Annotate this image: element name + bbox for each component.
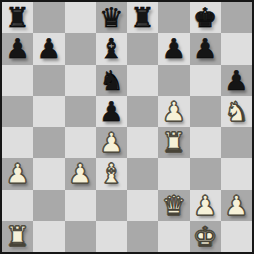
white-pawn-f5[interactable]: ♟ [162,96,186,127]
square-g4[interactable] [190,127,221,158]
square-g2[interactable]: ♟ [190,190,221,221]
square-a6[interactable] [2,65,33,96]
square-g7[interactable]: ♟ [190,33,221,64]
black-pawn-b7[interactable]: ♟ [37,33,61,64]
square-b3[interactable] [33,158,64,189]
square-h8[interactable] [221,2,252,33]
square-c5[interactable] [65,96,96,127]
square-b1[interactable] [33,221,64,252]
black-rook-e8[interactable]: ♜ [131,2,155,33]
square-b8[interactable] [33,2,64,33]
white-knight-h5[interactable]: ♞ [224,96,248,127]
square-e1[interactable] [127,221,158,252]
square-c3[interactable]: ♟ [65,158,96,189]
square-e7[interactable] [127,33,158,64]
square-g8[interactable]: ♚ [190,2,221,33]
square-h2[interactable]: ♟ [221,190,252,221]
square-f2[interactable]: ♛ [158,190,189,221]
square-e2[interactable] [127,190,158,221]
square-d8[interactable]: ♛ [96,2,127,33]
white-pawn-c3[interactable]: ♟ [68,158,92,189]
square-b2[interactable] [33,190,64,221]
white-rook-f4[interactable]: ♜ [162,127,186,158]
square-e3[interactable] [127,158,158,189]
white-pawn-d4[interactable]: ♟ [99,127,123,158]
square-a2[interactable] [2,190,33,221]
square-d4[interactable]: ♟ [96,127,127,158]
square-g6[interactable] [190,65,221,96]
square-a4[interactable] [2,127,33,158]
square-c4[interactable] [65,127,96,158]
black-pawn-h6[interactable]: ♟ [224,65,248,96]
square-f6[interactable] [158,65,189,96]
square-e4[interactable] [127,127,158,158]
black-rook-a8[interactable]: ♜ [6,2,30,33]
white-queen-f2[interactable]: ♛ [162,190,186,221]
square-d1[interactable] [96,221,127,252]
white-rook-a1[interactable]: ♜ [6,221,30,252]
square-b6[interactable] [33,65,64,96]
square-e5[interactable] [127,96,158,127]
square-g3[interactable] [190,158,221,189]
square-d3[interactable]: ♝ [96,158,127,189]
square-a1[interactable]: ♜ [2,221,33,252]
square-b5[interactable] [33,96,64,127]
square-d5[interactable]: ♟ [96,96,127,127]
black-pawn-d5[interactable]: ♟ [99,96,123,127]
square-c8[interactable] [65,2,96,33]
white-pawn-h2[interactable]: ♟ [224,190,248,221]
square-c6[interactable] [65,65,96,96]
square-f4[interactable]: ♜ [158,127,189,158]
square-c2[interactable] [65,190,96,221]
square-f1[interactable] [158,221,189,252]
square-a3[interactable]: ♟ [2,158,33,189]
square-f3[interactable] [158,158,189,189]
square-c7[interactable] [65,33,96,64]
square-h7[interactable] [221,33,252,64]
black-queen-d8[interactable]: ♛ [99,2,123,33]
square-a7[interactable]: ♟ [2,33,33,64]
white-bishop-d3[interactable]: ♝ [99,158,123,189]
black-bishop-d7[interactable]: ♝ [99,33,123,64]
square-e6[interactable] [127,65,158,96]
square-h3[interactable] [221,158,252,189]
square-b7[interactable]: ♟ [33,33,64,64]
white-king-g1[interactable]: ♚ [193,221,217,252]
square-h1[interactable] [221,221,252,252]
square-g5[interactable] [190,96,221,127]
white-pawn-g2[interactable]: ♟ [193,190,217,221]
square-c1[interactable] [65,221,96,252]
square-d2[interactable] [96,190,127,221]
square-h4[interactable] [221,127,252,158]
square-f7[interactable]: ♟ [158,33,189,64]
square-d6[interactable]: ♞ [96,65,127,96]
black-knight-d6[interactable]: ♞ [99,65,123,96]
square-d7[interactable]: ♝ [96,33,127,64]
square-b4[interactable] [33,127,64,158]
black-king-g8[interactable]: ♚ [193,2,217,33]
chess-board: ♜♛♜♚♟♟♝♟♟♞♟♟♟♞♟♜♟♟♝♛♟♟♜♚ [0,0,254,254]
black-pawn-a7[interactable]: ♟ [6,33,30,64]
black-pawn-f7[interactable]: ♟ [162,33,186,64]
square-f8[interactable] [158,2,189,33]
square-h6[interactable]: ♟ [221,65,252,96]
square-a5[interactable] [2,96,33,127]
square-f5[interactable]: ♟ [158,96,189,127]
square-a8[interactable]: ♜ [2,2,33,33]
white-pawn-a3[interactable]: ♟ [6,158,30,189]
square-e8[interactable]: ♜ [127,2,158,33]
square-h5[interactable]: ♞ [221,96,252,127]
square-g1[interactable]: ♚ [190,221,221,252]
black-pawn-g7[interactable]: ♟ [193,33,217,64]
